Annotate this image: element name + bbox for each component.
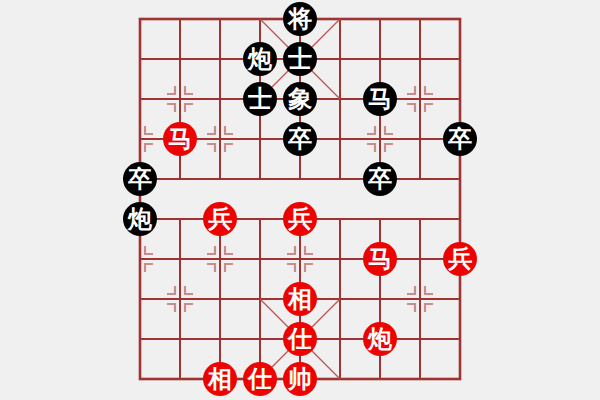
board-point[interactable] (320, 279, 360, 319)
board-point[interactable] (360, 0, 400, 39)
board-point[interactable] (400, 319, 440, 359)
board-point[interactable] (240, 319, 280, 359)
board-point[interactable]: 将 (280, 0, 320, 39)
board-point[interactable] (120, 79, 160, 119)
board-point[interactable] (360, 39, 400, 79)
board-point[interactable]: 士 (280, 39, 320, 79)
board-point[interactable] (200, 39, 240, 79)
board-point[interactable] (160, 319, 200, 359)
board-point[interactable] (240, 159, 280, 199)
red-advisor[interactable]: 仕 (243, 362, 277, 396)
red-elephant[interactable]: 相 (203, 362, 237, 396)
black-soldier[interactable]: 卒 (283, 122, 317, 156)
red-soldier[interactable]: 兵 (203, 202, 237, 236)
board-point[interactable] (320, 239, 360, 279)
board-point[interactable] (120, 319, 160, 359)
board-point[interactable] (120, 279, 160, 319)
board-point[interactable]: 兵 (280, 199, 320, 239)
board-point[interactable] (280, 159, 320, 199)
board-point[interactable] (360, 359, 400, 399)
board-point[interactable] (240, 279, 280, 319)
board-point[interactable]: 相 (280, 279, 320, 319)
red-general[interactable]: 帅 (283, 362, 317, 396)
black-soldier[interactable]: 卒 (443, 122, 477, 156)
stage: 将炮士士象马马卒卒卒卒炮兵兵马兵相仕炮相仕帅 (0, 0, 600, 400)
red-elephant[interactable]: 相 (283, 282, 317, 316)
board-point[interactable] (240, 119, 280, 159)
board-point[interactable] (440, 319, 480, 359)
board-point[interactable] (120, 39, 160, 79)
board-point[interactable] (320, 119, 360, 159)
red-cannon[interactable]: 炮 (363, 322, 397, 356)
board-point[interactable] (200, 319, 240, 359)
board-point[interactable]: 仕 (240, 359, 280, 399)
board-point[interactable] (160, 79, 200, 119)
board-point[interactable] (200, 0, 240, 39)
board-point[interactable] (240, 239, 280, 279)
board-point[interactable] (240, 199, 280, 239)
black-cannon[interactable]: 炮 (243, 42, 277, 76)
black-horse[interactable]: 马 (363, 82, 397, 116)
board-point[interactable]: 兵 (200, 199, 240, 239)
board-point[interactable] (200, 159, 240, 199)
board-point[interactable]: 士 (240, 79, 280, 119)
board-point[interactable] (320, 159, 360, 199)
board-point[interactable] (160, 39, 200, 79)
board-point[interactable]: 卒 (440, 119, 480, 159)
board-point[interactable] (400, 359, 440, 399)
board-point[interactable] (320, 0, 360, 39)
board-point[interactable] (360, 119, 400, 159)
board-point[interactable]: 炮 (240, 39, 280, 79)
black-general[interactable]: 将 (283, 2, 317, 36)
board-point[interactable] (400, 39, 440, 79)
black-cannon[interactable]: 炮 (123, 202, 157, 236)
board-point[interactable] (240, 0, 280, 39)
board-point[interactable] (160, 0, 200, 39)
board-point[interactable] (320, 79, 360, 119)
red-soldier[interactable]: 兵 (283, 202, 317, 236)
board-point[interactable]: 象 (280, 79, 320, 119)
board-point[interactable] (400, 239, 440, 279)
board-point[interactable]: 卒 (120, 159, 160, 199)
black-elephant[interactable]: 象 (283, 82, 317, 116)
black-soldier[interactable]: 卒 (363, 162, 397, 196)
board-point[interactable] (400, 119, 440, 159)
board-point[interactable] (360, 279, 400, 319)
board-point[interactable]: 马 (160, 119, 200, 159)
board-point[interactable] (200, 119, 240, 159)
red-horse[interactable]: 马 (363, 242, 397, 276)
board-point[interactable] (400, 279, 440, 319)
black-advisor[interactable]: 士 (243, 82, 277, 116)
board-point[interactable] (360, 199, 400, 239)
black-advisor[interactable]: 士 (283, 42, 317, 76)
board-point[interactable] (160, 199, 200, 239)
board-point[interactable] (120, 0, 160, 39)
black-soldier[interactable]: 卒 (123, 162, 157, 196)
board-point[interactable] (120, 359, 160, 399)
red-advisor[interactable]: 仕 (283, 322, 317, 356)
board-point[interactable] (160, 239, 200, 279)
board-point[interactable] (320, 359, 360, 399)
board-point[interactable] (400, 159, 440, 199)
board-point[interactable] (120, 239, 160, 279)
board-point[interactable]: 炮 (360, 319, 400, 359)
board-point[interactable] (160, 279, 200, 319)
board-point[interactable] (440, 279, 480, 319)
board-point[interactable]: 卒 (360, 159, 400, 199)
board-point[interactable] (200, 239, 240, 279)
board-point[interactable] (400, 199, 440, 239)
board-point[interactable] (440, 0, 480, 39)
board-point[interactable]: 马 (360, 79, 400, 119)
board-point[interactable] (440, 79, 480, 119)
board-point[interactable] (200, 79, 240, 119)
board-point[interactable] (160, 159, 200, 199)
board-point[interactable]: 相 (200, 359, 240, 399)
board-point[interactable] (440, 159, 480, 199)
board-point[interactable] (400, 0, 440, 39)
board-point[interactable]: 卒 (280, 119, 320, 159)
board-point[interactable] (160, 359, 200, 399)
board-point[interactable] (440, 199, 480, 239)
board-point[interactable]: 帅 (280, 359, 320, 399)
board-point[interactable] (400, 79, 440, 119)
xiangqi-board: 将炮士士象马马卒卒卒卒炮兵兵马兵相仕炮相仕帅 (120, 0, 480, 399)
board-point[interactable] (280, 239, 320, 279)
board-point[interactable] (320, 199, 360, 239)
board-point[interactable] (120, 119, 160, 159)
board-point[interactable]: 兵 (440, 239, 480, 279)
board-point[interactable] (440, 359, 480, 399)
board-point[interactable]: 马 (360, 239, 400, 279)
board-point[interactable]: 炮 (120, 199, 160, 239)
board-point[interactable] (440, 39, 480, 79)
board-point[interactable] (200, 279, 240, 319)
board-point[interactable] (320, 39, 360, 79)
red-soldier[interactable]: 兵 (443, 242, 477, 276)
red-horse[interactable]: 马 (163, 122, 197, 156)
board-point[interactable] (320, 319, 360, 359)
board-point[interactable]: 仕 (280, 319, 320, 359)
